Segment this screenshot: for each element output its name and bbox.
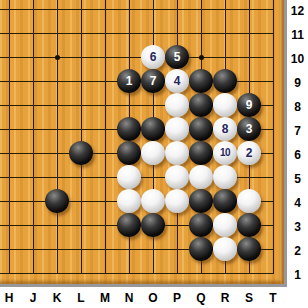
move-number-label: 5 [174,51,181,63]
row-label-10: 10 [287,52,308,66]
grid-line-col-K [57,0,58,274]
stone-o10[interactable]: 6 [141,45,165,69]
stone-o7[interactable] [141,117,165,141]
stone-s2[interactable] [237,237,261,261]
move-number-label: 9 [246,99,253,111]
col-label-J: J [22,291,44,305]
col-label-L: L [70,291,92,305]
col-label-T: T [262,291,284,305]
col-label-R: R [214,291,236,305]
stone-r4[interactable] [213,189,237,213]
row-label-4: 4 [287,196,308,210]
row-label-6: 6 [287,148,308,162]
move-number-label: 3 [246,123,253,135]
col-label-K: K [46,291,68,305]
stone-q9[interactable] [189,69,213,93]
move-number-label: 1 [126,75,133,87]
stone-q7[interactable] [189,117,213,141]
row-label-3: 3 [287,220,308,234]
stone-n5[interactable] [117,165,141,189]
col-label-O: O [142,291,164,305]
stone-q3[interactable] [189,213,213,237]
col-label-N: N [118,291,140,305]
star-point-k10 [55,55,60,60]
stone-p8[interactable] [165,93,189,117]
stone-k4[interactable] [45,189,69,213]
move-number-label: 6 [150,51,157,63]
stone-n3[interactable] [117,213,141,237]
stone-s4[interactable] [237,189,261,213]
stone-p6[interactable] [165,141,189,165]
col-label-P: P [166,291,188,305]
stone-s3[interactable] [237,213,261,237]
col-label-M: M [94,291,116,305]
star-point-q10 [199,55,204,60]
stone-l6[interactable] [69,141,93,165]
move-number-label: 7 [150,75,157,87]
stone-r8[interactable] [213,93,237,117]
col-label-Q: Q [190,291,212,305]
stone-r2[interactable] [213,237,237,261]
stone-q5[interactable] [189,165,213,189]
grid-line-col-J [33,0,34,274]
go-diagram-screen: 65174983102 121110987654321 HJKLMNOPQRST [0,0,308,308]
col-label-H: H [0,291,20,305]
stone-q6[interactable] [189,141,213,165]
stone-s8[interactable]: 9 [237,93,261,117]
stone-r3[interactable] [213,213,237,237]
move-number-label: 8 [222,123,229,135]
stone-p7[interactable] [165,117,189,141]
move-number-label: 10 [220,148,230,158]
grid-line-col-H [9,0,10,274]
row-label-12: 12 [287,4,308,18]
stone-s7[interactable]: 3 [237,117,261,141]
move-number-label: 4 [174,75,181,87]
stone-q8[interactable] [189,93,213,117]
grid-line-col-L [81,0,82,274]
row-label-9: 9 [287,76,308,90]
stone-n9[interactable]: 1 [117,69,141,93]
stone-q4[interactable] [189,189,213,213]
stone-r7[interactable]: 8 [213,117,237,141]
stone-n6[interactable] [117,141,141,165]
row-label-5: 5 [287,172,308,186]
stone-r9[interactable] [213,69,237,93]
grid-line-row-1 [0,273,274,274]
grid-line-row-12 [0,9,274,10]
stone-p9[interactable]: 4 [165,69,189,93]
move-number-label: 2 [246,147,253,159]
go-board[interactable]: 65174983102 [0,0,287,287]
col-label-S: S [238,291,260,305]
stone-p5[interactable] [165,165,189,189]
stone-s6[interactable]: 2 [237,141,261,165]
grid-line-row-11 [0,33,274,34]
grid-line-row-10 [0,57,274,58]
stone-q2[interactable] [189,237,213,261]
grid-line-col-T [273,0,274,274]
stone-n7[interactable] [117,117,141,141]
row-label-7: 7 [287,124,308,138]
row-label-2: 2 [287,244,308,258]
grid-line-col-M [105,0,106,274]
row-label-11: 11 [287,28,308,42]
stone-o9[interactable]: 7 [141,69,165,93]
stone-n4[interactable] [117,189,141,213]
stone-p10[interactable]: 5 [165,45,189,69]
row-label-1: 1 [287,268,308,282]
stone-o6[interactable] [141,141,165,165]
stone-p4[interactable] [165,189,189,213]
stone-o4[interactable] [141,189,165,213]
row-label-8: 8 [287,100,308,114]
stone-o3[interactable] [141,213,165,237]
stone-r6[interactable]: 10 [213,141,237,165]
stone-r5[interactable] [213,165,237,189]
